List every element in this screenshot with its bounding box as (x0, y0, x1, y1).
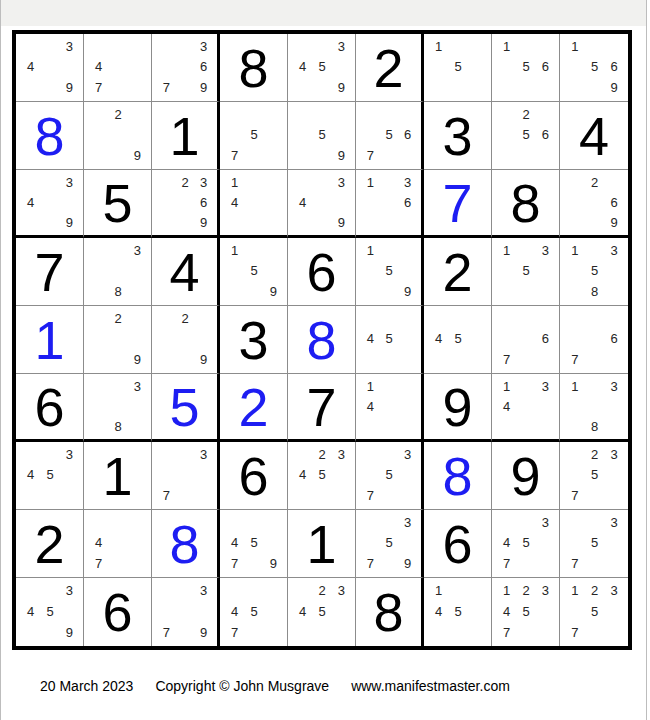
candidate-4: 4 (89, 533, 108, 554)
candidate-2: 2 (585, 444, 605, 465)
solved-digit: 8 (152, 510, 217, 577)
cell-r3c6[interactable]: 136 (356, 170, 424, 238)
cell-r4c7[interactable]: 2 (424, 238, 492, 306)
candidate-9: 9 (398, 553, 417, 574)
candidate-3: 3 (398, 512, 417, 533)
cell-r3c9[interactable]: 269 (560, 170, 628, 238)
candidate-6: 6 (398, 192, 417, 212)
candidate-1: 1 (565, 240, 585, 261)
cell-r7c8[interactable]: 9 (492, 442, 560, 510)
candidate-2: 2 (312, 580, 331, 601)
cell-r1c5[interactable]: 3459 (288, 34, 356, 102)
candidate-4: 4 (497, 396, 516, 416)
cell-r5c6[interactable]: 45 (356, 306, 424, 374)
candidate-9: 9 (194, 622, 213, 643)
cell-r4c2[interactable]: 38 (84, 238, 152, 306)
cell-r6c1[interactable]: 6 (16, 374, 84, 442)
pencil-marks: 29 (89, 104, 147, 166)
candidate-1: 1 (225, 240, 244, 261)
cell-r5c8[interactable]: 67 (492, 306, 560, 374)
candidate-9: 9 (60, 622, 79, 643)
candidate-5: 5 (380, 261, 399, 282)
candidate-3: 3 (332, 36, 351, 57)
cell-r5c9[interactable]: 67 (560, 306, 628, 374)
given-digit: 1 (152, 102, 217, 169)
cell-r2c2[interactable]: 29 (84, 102, 152, 170)
pencil-marks: 3459 (293, 36, 351, 98)
pencil-marks: 4579 (225, 512, 283, 574)
cell-r7c2[interactable]: 1 (84, 442, 152, 510)
pencil-marks: 159 (225, 240, 283, 302)
cell-r5c1[interactable]: 1 (16, 306, 84, 374)
pencil-marks: 3459 (21, 580, 79, 643)
cell-r1c3[interactable]: 3679 (152, 34, 220, 102)
candidate-3: 3 (604, 512, 624, 533)
candidate-5: 5 (516, 125, 535, 146)
candidate-5: 5 (312, 125, 331, 146)
cell-r9c9[interactable]: 12357 (560, 578, 628, 646)
cell-r7c9[interactable]: 2357 (560, 442, 628, 510)
cell-r7c7[interactable]: 8 (424, 442, 492, 510)
given-digit: 9 (424, 374, 491, 439)
candidate-7: 7 (497, 349, 516, 370)
cell-r3c1[interactable]: 349 (16, 170, 84, 238)
cell-r4c1[interactable]: 7 (16, 238, 84, 306)
cell-r8c1[interactable]: 2 (16, 510, 84, 578)
candidate-5: 5 (244, 533, 263, 554)
pencil-marks: 138 (565, 376, 624, 436)
candidate-7: 7 (565, 622, 585, 643)
candidate-7: 7 (361, 485, 380, 506)
candidate-3: 3 (194, 36, 213, 57)
pencil-marks: 3579 (361, 512, 417, 574)
cell-r7c5[interactable]: 2345 (288, 442, 356, 510)
given-digit: 6 (424, 510, 491, 577)
cell-r2c9[interactable]: 4 (560, 102, 628, 170)
candidate-4: 4 (361, 329, 380, 350)
candidate-7: 7 (157, 622, 176, 643)
pencil-marks: 47 (89, 36, 147, 98)
cell-r6c6[interactable]: 14 (356, 374, 424, 442)
cell-r1c8[interactable]: 156 (492, 34, 560, 102)
candidate-2: 2 (108, 308, 127, 329)
candidate-3: 3 (194, 172, 213, 192)
pencil-marks: 156 (497, 36, 555, 98)
candidate-7: 7 (157, 485, 176, 506)
candidate-7: 7 (497, 553, 516, 574)
cell-r9c8[interactable]: 123457 (492, 578, 560, 646)
cell-r5c2[interactable]: 29 (84, 306, 152, 374)
given-digit: 6 (84, 578, 151, 646)
footer: 20 March 2023 Copyright © John Musgrave … (40, 678, 510, 694)
candidate-3: 3 (604, 376, 624, 396)
cell-r2c6[interactable]: 567 (356, 102, 424, 170)
given-digit: 1 (288, 510, 355, 577)
candidate-6: 6 (536, 57, 555, 78)
candidate-4: 4 (21, 192, 40, 212)
candidate-9: 9 (60, 212, 79, 232)
cell-r4c6[interactable]: 159 (356, 238, 424, 306)
cell-r5c7[interactable]: 45 (424, 306, 492, 374)
candidate-7: 7 (565, 553, 585, 574)
candidate-3: 3 (536, 512, 555, 533)
candidate-5: 5 (448, 57, 467, 78)
pencil-marks: 29 (157, 308, 213, 370)
candidate-3: 3 (60, 36, 79, 57)
cell-r3c7[interactable]: 7 (424, 170, 492, 238)
cell-r8c7[interactable]: 6 (424, 510, 492, 578)
candidate-3: 3 (536, 376, 555, 396)
candidate-8: 8 (108, 416, 127, 436)
cell-r5c4[interactable]: 3 (220, 306, 288, 374)
pencil-marks: 37 (157, 444, 213, 506)
pencil-marks: 38 (89, 240, 147, 302)
pencil-marks: 567 (361, 104, 417, 166)
candidate-9: 9 (398, 281, 417, 302)
cell-r4c3[interactable]: 4 (152, 238, 220, 306)
cell-r9c4[interactable]: 457 (220, 578, 288, 646)
pencil-marks: 2369 (157, 172, 213, 232)
cell-r8c4[interactable]: 4579 (220, 510, 288, 578)
cell-r6c3[interactable]: 5 (152, 374, 220, 442)
candidate-4: 4 (21, 57, 40, 78)
candidate-6: 6 (398, 125, 417, 146)
candidate-3: 3 (60, 172, 79, 192)
candidate-3: 3 (60, 580, 79, 601)
candidate-5: 5 (380, 329, 399, 350)
candidate-4: 4 (497, 533, 516, 554)
candidate-4: 4 (497, 601, 516, 622)
candidate-2: 2 (312, 444, 331, 465)
candidate-5: 5 (312, 465, 331, 486)
candidate-5: 5 (585, 533, 605, 554)
candidate-5: 5 (448, 601, 467, 622)
candidate-2: 2 (108, 104, 127, 125)
cell-r9c5[interactable]: 2345 (288, 578, 356, 646)
candidate-7: 7 (225, 553, 244, 574)
cell-r9c1[interactable]: 3459 (16, 578, 84, 646)
cell-r9c6[interactable]: 8 (356, 578, 424, 646)
candidate-2: 2 (585, 172, 605, 192)
pencil-marks: 134 (497, 376, 555, 436)
candidate-5: 5 (244, 125, 263, 146)
candidate-5: 5 (585, 261, 605, 282)
given-digit: 6 (16, 374, 83, 439)
candidate-3: 3 (604, 444, 624, 465)
candidate-3: 3 (194, 580, 213, 601)
candidate-1: 1 (497, 376, 516, 396)
candidate-3: 3 (332, 444, 351, 465)
pencil-marks: 345 (21, 444, 79, 506)
pencil-marks: 2345 (293, 444, 351, 506)
given-digit: 4 (560, 102, 628, 169)
candidate-5: 5 (380, 533, 399, 554)
cell-r2c8[interactable]: 256 (492, 102, 560, 170)
given-digit: 2 (424, 238, 491, 305)
pencil-marks: 1358 (565, 240, 624, 302)
pencil-marks: 45 (429, 308, 487, 370)
given-digit: 8 (220, 34, 287, 101)
candidate-9: 9 (194, 349, 213, 370)
solved-digit: 1 (16, 306, 83, 373)
cell-r8c5[interactable]: 1 (288, 510, 356, 578)
solved-digit: 7 (424, 170, 491, 235)
cell-r6c7[interactable]: 9 (424, 374, 492, 442)
candidate-5: 5 (516, 601, 535, 622)
given-digit: 5 (84, 170, 151, 235)
pencil-marks: 15 (429, 36, 487, 98)
candidate-9: 9 (194, 77, 213, 98)
candidate-7: 7 (89, 553, 108, 574)
cell-r7c4[interactable]: 6 (220, 442, 288, 510)
candidate-1: 1 (565, 36, 585, 57)
pencil-marks: 14 (361, 376, 417, 436)
candidate-9: 9 (332, 145, 351, 166)
cell-r9c7[interactable]: 145 (424, 578, 492, 646)
candidate-1: 1 (565, 376, 585, 396)
pencil-marks: 269 (565, 172, 624, 232)
cell-r8c8[interactable]: 3457 (492, 510, 560, 578)
candidate-8: 8 (108, 281, 127, 302)
cell-r5c3[interactable]: 29 (152, 306, 220, 374)
pencil-marks: 349 (293, 172, 351, 232)
candidate-5: 5 (516, 261, 535, 282)
candidate-1: 1 (565, 580, 585, 601)
puzzle-date: 20 March 2023 (40, 678, 133, 694)
pencil-marks: 59 (293, 104, 351, 166)
candidate-9: 9 (332, 77, 351, 98)
cell-r8c6[interactable]: 3579 (356, 510, 424, 578)
cell-r9c3[interactable]: 379 (152, 578, 220, 646)
given-digit: 3 (424, 102, 491, 169)
candidate-7: 7 (497, 622, 516, 643)
candidate-7: 7 (89, 77, 108, 98)
candidate-5: 5 (40, 465, 59, 486)
cell-r6c5[interactable]: 7 (288, 374, 356, 442)
candidate-4: 4 (225, 192, 244, 212)
candidate-6: 6 (604, 329, 624, 350)
candidate-1: 1 (429, 36, 448, 57)
cell-r6c4[interactable]: 2 (220, 374, 288, 442)
cell-r2c5[interactable]: 59 (288, 102, 356, 170)
candidate-5: 5 (312, 601, 331, 622)
candidate-1: 1 (497, 36, 516, 57)
page-left-edge (0, 0, 1, 720)
candidate-1: 1 (497, 580, 516, 601)
cell-r4c8[interactable]: 135 (492, 238, 560, 306)
candidate-4: 4 (225, 533, 244, 554)
pencil-marks: 57 (225, 104, 283, 166)
cell-r1c4[interactable]: 8 (220, 34, 288, 102)
pencil-marks: 457 (225, 580, 283, 643)
candidate-3: 3 (194, 444, 213, 465)
pencil-marks: 379 (157, 580, 213, 643)
cell-r1c7[interactable]: 15 (424, 34, 492, 102)
cell-r8c2[interactable]: 47 (84, 510, 152, 578)
copyright-text: Copyright © John Musgrave (155, 678, 329, 694)
pencil-marks: 47 (89, 512, 147, 574)
pencil-marks: 67 (497, 308, 555, 370)
candidate-1: 1 (225, 172, 244, 192)
cell-r9c2[interactable]: 6 (84, 578, 152, 646)
candidate-2: 2 (176, 308, 195, 329)
candidate-6: 6 (194, 192, 213, 212)
candidate-1: 1 (361, 172, 380, 192)
cell-r1c9[interactable]: 1569 (560, 34, 628, 102)
pencil-marks: 136 (361, 172, 417, 232)
candidate-5: 5 (380, 125, 399, 146)
candidate-7: 7 (565, 485, 585, 506)
candidate-2: 2 (516, 580, 535, 601)
candidate-5: 5 (244, 601, 263, 622)
candidate-5: 5 (585, 601, 605, 622)
cell-r3c2[interactable]: 5 (84, 170, 152, 238)
candidate-8: 8 (585, 416, 605, 436)
candidate-9: 9 (604, 77, 624, 98)
given-digit: 9 (492, 442, 559, 509)
candidate-4: 4 (293, 192, 312, 212)
candidate-9: 9 (128, 145, 147, 166)
cell-r3c5[interactable]: 349 (288, 170, 356, 238)
candidate-4: 4 (21, 601, 40, 622)
pencil-marks: 14 (225, 172, 283, 232)
candidate-9: 9 (604, 212, 624, 232)
pencil-marks: 67 (565, 308, 624, 370)
candidate-3: 3 (332, 580, 351, 601)
solved-digit: 8 (424, 442, 491, 509)
candidate-6: 6 (194, 57, 213, 78)
candidate-6: 6 (604, 57, 624, 78)
candidate-3: 3 (332, 172, 351, 192)
candidate-6: 6 (604, 192, 624, 212)
candidate-2: 2 (176, 172, 195, 192)
pencil-marks: 3679 (157, 36, 213, 98)
pencil-marks: 357 (361, 444, 417, 506)
candidate-3: 3 (604, 580, 624, 601)
candidate-9: 9 (264, 553, 283, 574)
candidate-5: 5 (516, 533, 535, 554)
cell-r6c2[interactable]: 38 (84, 374, 152, 442)
candidate-9: 9 (264, 281, 283, 302)
cell-r7c1[interactable]: 345 (16, 442, 84, 510)
pencil-marks: 38 (89, 376, 147, 436)
candidate-5: 5 (448, 329, 467, 350)
candidate-4: 4 (293, 465, 312, 486)
pencil-marks: 1569 (565, 36, 624, 98)
cell-r2c4[interactable]: 57 (220, 102, 288, 170)
cell-r2c1[interactable]: 8 (16, 102, 84, 170)
given-digit: 3 (220, 306, 287, 373)
pencil-marks: 123457 (497, 580, 555, 643)
cell-r4c5[interactable]: 6 (288, 238, 356, 306)
candidate-4: 4 (293, 601, 312, 622)
cell-r7c3[interactable]: 37 (152, 442, 220, 510)
candidate-2: 2 (585, 580, 605, 601)
given-digit: 2 (356, 34, 421, 101)
given-digit: 8 (356, 578, 421, 646)
pencil-marks: 349 (21, 36, 79, 98)
candidate-3: 3 (536, 580, 555, 601)
candidate-9: 9 (194, 212, 213, 232)
candidate-7: 7 (225, 145, 244, 166)
candidate-5: 5 (516, 57, 535, 78)
solved-digit: 5 (152, 374, 217, 439)
pencil-marks: 145 (429, 580, 487, 643)
candidate-1: 1 (497, 240, 516, 261)
solved-digit: 8 (288, 306, 355, 373)
candidate-3: 3 (398, 444, 417, 465)
cell-r4c9[interactable]: 1358 (560, 238, 628, 306)
candidate-7: 7 (157, 77, 176, 98)
candidate-4: 4 (89, 57, 108, 78)
pencil-marks: 45 (361, 308, 417, 370)
pencil-marks: 3457 (497, 512, 555, 574)
cell-r7c6[interactable]: 357 (356, 442, 424, 510)
cell-r6c8[interactable]: 134 (492, 374, 560, 442)
candidate-3: 3 (604, 240, 624, 261)
candidate-5: 5 (40, 601, 59, 622)
cell-r3c8[interactable]: 8 (492, 170, 560, 238)
candidate-4: 4 (225, 601, 244, 622)
page-right-edge (646, 0, 647, 720)
top-strip (1, 0, 646, 26)
cell-r8c3[interactable]: 8 (152, 510, 220, 578)
cell-r3c3[interactable]: 2369 (152, 170, 220, 238)
candidate-1: 1 (429, 580, 448, 601)
pencil-marks: 256 (497, 104, 555, 166)
cell-r1c1[interactable]: 349 (16, 34, 84, 102)
cell-r8c9[interactable]: 357 (560, 510, 628, 578)
candidate-9: 9 (128, 349, 147, 370)
candidate-8: 8 (585, 281, 605, 302)
cell-r6c9[interactable]: 138 (560, 374, 628, 442)
given-digit: 8 (492, 170, 559, 235)
candidate-4: 4 (429, 601, 448, 622)
candidate-6: 6 (536, 329, 555, 350)
candidate-7: 7 (225, 622, 244, 643)
pencil-marks: 135 (497, 240, 555, 302)
given-digit: 6 (220, 442, 287, 509)
pencil-marks: 29 (89, 308, 147, 370)
candidate-9: 9 (60, 77, 79, 98)
cell-r2c3[interactable]: 1 (152, 102, 220, 170)
candidate-1: 1 (361, 376, 380, 396)
candidate-5: 5 (380, 465, 399, 486)
candidate-1: 1 (361, 240, 380, 261)
cell-r2c7[interactable]: 3 (424, 102, 492, 170)
candidate-3: 3 (60, 444, 79, 465)
pencil-marks: 349 (21, 172, 79, 232)
website-link[interactable]: www.manifestmaster.com (351, 678, 510, 694)
pencil-marks: 12357 (565, 580, 624, 643)
solved-digit: 2 (220, 374, 287, 439)
candidate-2: 2 (516, 104, 535, 125)
candidate-5: 5 (585, 465, 605, 486)
given-digit: 6 (288, 238, 355, 305)
cell-r5c5[interactable]: 8 (288, 306, 356, 374)
cell-r1c2[interactable]: 47 (84, 34, 152, 102)
candidate-4: 4 (361, 396, 380, 416)
candidate-6: 6 (536, 125, 555, 146)
candidate-4: 4 (21, 465, 40, 486)
cell-r4c4[interactable]: 159 (220, 238, 288, 306)
cell-r1c6[interactable]: 2 (356, 34, 424, 102)
pencil-marks: 2345 (293, 580, 351, 643)
candidate-7: 7 (361, 145, 380, 166)
candidate-5: 5 (312, 57, 331, 78)
cell-r3c4[interactable]: 14 (220, 170, 288, 238)
candidate-3: 3 (128, 376, 147, 396)
